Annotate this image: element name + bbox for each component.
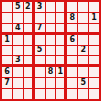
cell-r9c3[interactable]	[24, 89, 34, 99]
cell-r9c5[interactable]	[46, 89, 56, 99]
cell-r3c4-given: 7	[35, 24, 45, 34]
cell-r8c7[interactable]	[67, 78, 77, 88]
cell-r5c4-given: 5	[35, 46, 45, 56]
cell-r9c6[interactable]	[56, 89, 66, 99]
cell-r8c8-given: 5	[78, 78, 88, 88]
cell-r1c7[interactable]	[67, 2, 77, 12]
cell-r4c8[interactable]	[78, 35, 88, 45]
cell-r9c4[interactable]	[35, 89, 45, 99]
cell-r1c1[interactable]	[2, 2, 12, 12]
cell-r6c5[interactable]	[46, 56, 56, 66]
cell-r9c1[interactable]	[2, 89, 12, 99]
cell-r8c4[interactable]	[35, 78, 45, 88]
cell-r5c6[interactable]	[56, 46, 66, 56]
cell-r1c5[interactable]	[46, 2, 56, 12]
cell-r1c2-given: 5	[13, 2, 23, 12]
cell-r5c5[interactable]	[46, 46, 56, 56]
cell-r6c2-given: 3	[13, 56, 23, 66]
cell-r6c8[interactable]	[78, 56, 88, 66]
cell-r7c2[interactable]	[13, 67, 23, 77]
cell-r1c4-given: 3	[35, 2, 45, 12]
cell-r3c5[interactable]	[46, 24, 56, 34]
cell-r4c6[interactable]	[56, 35, 66, 45]
cell-r4c2[interactable]	[13, 35, 23, 45]
cell-r2c2[interactable]	[13, 13, 23, 23]
cell-r7c5-given: 8	[46, 67, 56, 77]
cell-r1c3-given: 2	[24, 2, 34, 12]
cell-r9c8[interactable]	[78, 89, 88, 99]
cell-r3c1[interactable]	[2, 24, 12, 34]
cell-r2c7-given: 8	[67, 13, 77, 23]
cell-r6c1[interactable]	[2, 56, 12, 66]
cell-r6c9[interactable]	[89, 56, 99, 66]
cell-r4c5[interactable]	[46, 35, 56, 45]
cell-r1c8[interactable]	[78, 2, 88, 12]
cell-r6c6[interactable]	[56, 56, 66, 66]
cell-r2c6[interactable]	[56, 13, 66, 23]
cell-r8c6[interactable]	[56, 78, 66, 88]
cell-r2c8[interactable]	[78, 13, 88, 23]
cell-r1c9[interactable]	[89, 2, 99, 12]
cell-r2c4[interactable]	[35, 13, 45, 23]
cell-r3c3[interactable]	[24, 24, 34, 34]
cell-r6c3[interactable]	[24, 56, 34, 66]
cell-r7c4[interactable]	[35, 67, 45, 77]
cell-r9c7[interactable]	[67, 89, 77, 99]
sudoku-board: 52381471652368175	[0, 0, 101, 101]
cell-r2c1[interactable]	[2, 13, 12, 23]
cell-r7c1-given: 6	[2, 67, 12, 77]
cell-r5c9[interactable]	[89, 46, 99, 56]
cell-r6c4[interactable]	[35, 56, 45, 66]
cell-r5c7[interactable]	[67, 46, 77, 56]
cell-r9c2[interactable]	[13, 89, 23, 99]
cell-r8c2[interactable]	[13, 78, 23, 88]
cell-r3c7[interactable]	[67, 24, 77, 34]
cell-r5c2[interactable]	[13, 46, 23, 56]
cell-r6c7[interactable]	[67, 56, 77, 66]
cell-r3c2-given: 4	[13, 24, 23, 34]
cell-r5c1[interactable]	[2, 46, 12, 56]
cell-r8c1-given: 7	[2, 78, 12, 88]
cell-r4c4[interactable]	[35, 35, 45, 45]
cell-r4c7-given: 6	[67, 35, 77, 45]
cell-r7c9[interactable]	[89, 67, 99, 77]
cell-r7c3[interactable]	[24, 67, 34, 77]
cell-r4c9[interactable]	[89, 35, 99, 45]
cell-r2c5[interactable]	[46, 13, 56, 23]
cell-r3c8[interactable]	[78, 24, 88, 34]
cell-r8c9[interactable]	[89, 78, 99, 88]
cell-r3c6[interactable]	[56, 24, 66, 34]
cell-r9c9[interactable]	[89, 89, 99, 99]
cell-r4c1-given: 1	[2, 35, 12, 45]
cell-r7c8[interactable]	[78, 67, 88, 77]
cell-r8c5[interactable]	[46, 78, 56, 88]
cell-r1c6[interactable]	[56, 2, 66, 12]
cell-r4c3[interactable]	[24, 35, 34, 45]
cell-r7c6-given: 1	[56, 67, 66, 77]
cell-r2c9-given: 1	[89, 13, 99, 23]
cell-r3c9[interactable]	[89, 24, 99, 34]
cell-r2c3[interactable]	[24, 13, 34, 23]
cell-r8c3[interactable]	[24, 78, 34, 88]
cell-r7c7[interactable]	[67, 67, 77, 77]
cell-r5c3[interactable]	[24, 46, 34, 56]
cell-r5c8-given: 2	[78, 46, 88, 56]
